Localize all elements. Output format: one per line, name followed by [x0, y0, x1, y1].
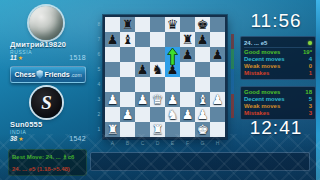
square-b8[interactable]: ♜ [120, 17, 135, 32]
square-a4[interactable] [105, 77, 120, 92]
square-a8[interactable] [105, 17, 120, 32]
black-pawn-e5: ♟ [165, 62, 180, 77]
square-c5[interactable]: ♟ [135, 62, 150, 77]
chess-board[interactable]: ♜♛♚♟♝♜♟♟♟♟♞♟♟♟♛♟♝♟♟♞♟♟♜♜♚ [105, 17, 225, 137]
square-e2[interactable]: ♞ [165, 107, 180, 122]
square-h7[interactable] [210, 32, 225, 47]
black-bishop-b7: ♝ [120, 32, 135, 47]
stat-row-weak: Weak moves0 [244, 63, 312, 70]
square-b2[interactable]: ♟ [120, 107, 135, 122]
bottom-panel [90, 152, 310, 171]
square-h6[interactable]: ♟ [210, 47, 225, 62]
stat-label: Weak moves [244, 63, 280, 70]
bottom-player-rating: 1542 [69, 135, 86, 142]
square-d6[interactable] [150, 47, 165, 62]
window-edge-strip [316, 0, 320, 180]
avatar-bottom-player: S [31, 87, 62, 118]
rank-labels: 87654321 [95, 15, 103, 139]
black-pawn-c5: ♟ [135, 62, 150, 77]
square-a5[interactable] [105, 62, 120, 77]
black-knight-d5: ♞ [150, 62, 165, 77]
chessfriends-logo[interactable]: Chess Friends .com [10, 66, 86, 83]
square-c8[interactable] [135, 17, 150, 32]
background-ribbon [231, 34, 234, 118]
square-a3[interactable]: ♟ [105, 92, 120, 107]
square-d2[interactable] [150, 107, 165, 122]
square-f8[interactable] [180, 17, 195, 32]
square-c7[interactable] [135, 32, 150, 47]
stat-label: Decent moves [244, 56, 285, 63]
black-rook-b8: ♜ [120, 17, 135, 32]
square-d3[interactable]: ♛ [150, 92, 165, 107]
board-frame: ♜♛♚♟♝♜♟♟♟♟♞♟♟♟♛♟♝♟♟♞♟♟♜♜♚ [103, 15, 227, 139]
stat-label: Good moves [244, 89, 280, 96]
played-move-eval-text: 24. ... e5 (1.18->5.48) [12, 165, 83, 173]
stat-label: Weak moves [244, 103, 280, 110]
stat-value: 3 [309, 103, 312, 110]
square-h1[interactable] [210, 122, 225, 137]
stat-row-decent: Decent moves4 [244, 56, 312, 63]
top-medal-count: 11 [10, 54, 17, 61]
stat-row-mist: Mistakes3 [244, 110, 312, 117]
stat-value: 3 [309, 110, 312, 117]
square-f4[interactable] [180, 77, 195, 92]
square-e3[interactable]: ♟ [165, 92, 180, 107]
square-g2[interactable]: ♟ [195, 107, 210, 122]
top-player-clock: 11:56 [236, 10, 316, 32]
avatar-top-player [29, 6, 63, 40]
square-d1[interactable]: ♜ [150, 122, 165, 137]
black-rook-f7: ♜ [180, 32, 195, 47]
square-f7[interactable]: ♜ [180, 32, 195, 47]
stat-row-good: Good moves19* [244, 49, 312, 56]
black-king-g8: ♚ [195, 17, 210, 32]
square-h2[interactable] [210, 107, 225, 122]
bottom-player-clock: 12:41 [236, 117, 316, 139]
stat-label: Mistakes [244, 110, 269, 117]
square-b1[interactable] [120, 122, 135, 137]
top-player-rating: 1518 [69, 54, 86, 61]
square-g3[interactable]: ♝ [195, 92, 210, 107]
square-e6[interactable] [165, 47, 180, 62]
square-b4[interactable] [120, 77, 135, 92]
stat-value: 5 [309, 96, 312, 103]
white-pawn-g2: ♟ [195, 107, 210, 122]
square-b5[interactable] [120, 62, 135, 77]
white-rook-d1: ♜ [150, 122, 165, 137]
square-h3[interactable]: ♟ [210, 92, 225, 107]
star-icon: ★ [18, 54, 23, 61]
square-d8[interactable] [150, 17, 165, 32]
stat-value: 1 [309, 70, 312, 77]
stat-value: 0 [309, 63, 312, 70]
white-pawn-a3: ♟ [105, 92, 120, 107]
square-a7[interactable]: ♟ [105, 32, 120, 47]
square-f1[interactable] [180, 122, 195, 137]
square-c6[interactable] [135, 47, 150, 62]
square-f6[interactable]: ♟ [180, 47, 195, 62]
stat-value: 18 [305, 89, 312, 96]
stat-label: Decent moves [244, 96, 285, 103]
white-pawn-e3: ♟ [165, 92, 180, 107]
move-feedback-box: Best Move: 24. ... ♗c6 24. ... e5 (1.18-… [8, 149, 87, 176]
black-pawn-h6: ♟ [210, 47, 225, 62]
best-move-text: Best Move: 24. ... ♗c6 [12, 153, 83, 161]
bottom-player-medals: 38 ★ 1542 [10, 135, 86, 142]
stat-label: Good moves [244, 49, 280, 56]
square-g1[interactable]: ♚ [195, 122, 210, 137]
white-pawn-c3: ♟ [135, 92, 150, 107]
white-king-g1: ♚ [195, 122, 210, 137]
square-f3[interactable] [180, 92, 195, 107]
square-c3[interactable]: ♟ [135, 92, 150, 107]
square-d7[interactable] [150, 32, 165, 47]
square-e1[interactable] [165, 122, 180, 137]
square-g4[interactable] [195, 77, 210, 92]
analysis-box-top: 24. ... e5 Good moves19*Decent moves4Wea… [240, 36, 316, 80]
white-bishop-g3: ♝ [195, 92, 210, 107]
stat-row-good: Good moves18 [244, 89, 312, 96]
square-h5[interactable] [210, 62, 225, 77]
square-f2[interactable]: ♟ [180, 107, 195, 122]
square-f5[interactable] [180, 62, 195, 77]
stat-row-decent: Decent moves5 [244, 96, 312, 103]
star-icon: ★ [18, 135, 23, 142]
logo-com-text: .com [71, 72, 82, 78]
game-window: Дмитрий19820 RUSSIA 11 ★ 1518 Chess Frie… [0, 0, 320, 180]
stat-label: Mistakes [244, 70, 269, 77]
square-g6[interactable] [195, 47, 210, 62]
black-pawn-a7: ♟ [105, 32, 120, 47]
white-pawn-f2: ♟ [180, 107, 195, 122]
square-a2[interactable] [105, 107, 120, 122]
top-player-name: Дмитрий19820 [10, 40, 90, 49]
white-knight-e2: ♞ [165, 107, 180, 122]
square-h4[interactable] [210, 77, 225, 92]
square-c1[interactable] [135, 122, 150, 137]
stat-value: 19* [303, 49, 312, 56]
top-player-medals: 11 ★ 1518 [10, 54, 86, 61]
square-b7[interactable]: ♝ [120, 32, 135, 47]
shield-icon [36, 70, 43, 79]
analysis-last-move: 24. ... e5 [244, 39, 267, 47]
black-queen-e8: ♛ [165, 17, 180, 32]
white-pawn-h3: ♟ [210, 92, 225, 107]
bottom-medal-count: 38 [10, 135, 17, 142]
square-b3[interactable] [120, 92, 135, 107]
square-c4[interactable] [135, 77, 150, 92]
square-e7[interactable] [165, 32, 180, 47]
square-g5[interactable] [195, 62, 210, 77]
square-e5[interactable]: ♟ [165, 62, 180, 77]
square-e8[interactable]: ♛ [165, 17, 180, 32]
white-rook-a1: ♜ [105, 122, 120, 137]
chess-board-area: 87654321 ♜♛♚♟♝♜♟♟♟♟♞♟♟♟♛♟♝♟♟♞♟♟♜♜♚ ABCDE… [95, 15, 227, 147]
stat-value: 4 [309, 56, 312, 63]
black-pawn-f6: ♟ [180, 47, 195, 62]
square-g8[interactable]: ♚ [195, 17, 210, 32]
square-a6[interactable] [105, 47, 120, 62]
square-c2[interactable] [135, 107, 150, 122]
square-d4[interactable] [150, 77, 165, 92]
move-quality-dot-icon [308, 41, 312, 45]
stat-row-mist: Mistakes1 [244, 70, 312, 77]
logo-chess-text: Chess [14, 71, 35, 78]
square-e4[interactable] [165, 77, 180, 92]
square-h8[interactable] [210, 17, 225, 32]
square-a1[interactable]: ♜ [105, 122, 120, 137]
bottom-player-name: Sun0555 [10, 120, 90, 129]
avatar-swirl-glyph: S [41, 87, 52, 118]
white-queen-d3: ♛ [150, 92, 165, 107]
white-pawn-b2: ♟ [120, 107, 135, 122]
black-pawn-g7: ♟ [195, 32, 210, 47]
logo-friends-text: Friends [44, 71, 69, 78]
square-d5[interactable]: ♞ [150, 62, 165, 77]
stat-row-weak: Weak moves3 [244, 103, 312, 110]
square-b6[interactable] [120, 47, 135, 62]
square-g7[interactable]: ♟ [195, 32, 210, 47]
file-labels: ABCDEFGH [105, 139, 227, 147]
analysis-box-bottom: Good moves18Decent moves5Weak moves3Mist… [240, 86, 316, 120]
